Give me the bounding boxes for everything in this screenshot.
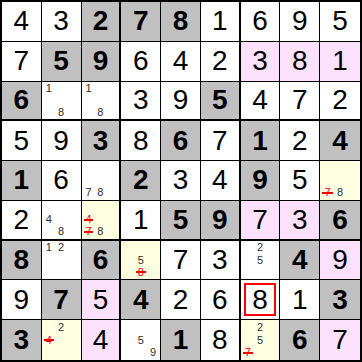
- cell-r1c7[interactable]: 6: [241, 2, 281, 42]
- cell-value: 8: [212, 326, 228, 354]
- cell-value: 9: [292, 7, 308, 35]
- pencil-mark-7-eliminated: 7: [83, 226, 95, 238]
- cell-value: 3: [133, 86, 149, 114]
- cell-value: 2: [212, 47, 228, 75]
- cell-value: 3: [332, 286, 348, 314]
- pencil-mark-5: 5: [254, 254, 266, 266]
- cell-r7c5[interactable]: 7: [161, 241, 201, 281]
- cell-r2c9[interactable]: 1: [320, 42, 360, 82]
- cell-r9c5[interactable]: 1: [161, 320, 201, 360]
- cell-r7c9[interactable]: 9: [320, 241, 360, 281]
- cell-r2c1[interactable]: 7: [2, 42, 42, 82]
- cell-r6c3[interactable]: 478: [82, 201, 122, 241]
- cell-value: 6: [212, 286, 228, 314]
- cell-value: 9: [252, 166, 268, 194]
- cell-r7c3[interactable]: 6: [82, 241, 122, 281]
- cell-r9c1[interactable]: 3: [2, 320, 42, 360]
- cell-value: 5: [332, 7, 348, 35]
- cell-r6c1[interactable]: 2: [2, 201, 42, 241]
- pencil-marks: 18: [83, 83, 119, 119]
- cell-r3c6[interactable]: 5: [201, 82, 241, 122]
- cell-value: 3: [53, 7, 69, 35]
- cell-r2c2[interactable]: 5: [42, 42, 82, 82]
- cell-value: 7: [292, 86, 308, 114]
- cell-value: 7: [14, 47, 30, 75]
- pencil-mark-7: 7: [83, 187, 95, 199]
- cell-r4c9[interactable]: 4: [320, 121, 360, 161]
- cell-r4c2[interactable]: 9: [42, 121, 82, 161]
- cell-r4c8[interactable]: 2: [280, 121, 320, 161]
- pencil-mark-1: 1: [43, 83, 55, 95]
- cell-r5c1[interactable]: 1: [2, 161, 42, 201]
- cell-r4c4[interactable]: 8: [121, 121, 161, 161]
- pencil-mark-4: 4: [43, 214, 55, 226]
- cell-r1c9[interactable]: 5: [320, 2, 360, 42]
- cell-r2c5[interactable]: 4: [161, 42, 201, 82]
- cell-r7c1[interactable]: 8: [2, 241, 42, 281]
- cell-r7c2[interactable]: 12: [42, 241, 82, 281]
- cell-r6c6[interactable]: 9: [201, 201, 241, 241]
- cell-r1c1[interactable]: 4: [2, 2, 42, 42]
- pencil-mark-5: 5: [254, 334, 266, 347]
- pencil-mark-2: 2: [55, 242, 67, 254]
- cell-value: 2: [133, 166, 149, 194]
- cell-r5c3[interactable]: 78: [82, 161, 122, 201]
- cell-r2c4[interactable]: 6: [121, 42, 161, 82]
- cell-value: 9: [173, 86, 189, 114]
- cell-r6c9[interactable]: 6: [320, 201, 360, 241]
- cell-r8c7[interactable]: 8: [241, 280, 281, 320]
- pencil-mark-2: 2: [55, 321, 67, 334]
- pencil-mark-9: 9: [147, 346, 159, 359]
- cell-r5c8[interactable]: 5: [280, 161, 320, 201]
- cell-value: 7: [252, 206, 268, 234]
- cell-r8c9[interactable]: 3: [320, 280, 360, 320]
- cell-value: 3: [252, 47, 268, 75]
- cell-value: 1: [252, 127, 268, 155]
- cell-value: 6: [173, 127, 189, 155]
- cell-value: 5: [212, 86, 228, 114]
- pencil-mark-8: 8: [94, 106, 106, 118]
- pencil-mark-1: 1: [83, 83, 95, 95]
- cell-value: 6: [332, 206, 348, 234]
- cell-value: 5: [292, 166, 308, 194]
- cell-r7c8[interactable]: 4: [280, 241, 320, 281]
- cell-value: 4: [14, 7, 30, 35]
- pencil-marks: 12: [43, 242, 80, 279]
- cell-r1c5[interactable]: 8: [161, 2, 201, 42]
- cell-r2c8[interactable]: 8: [280, 42, 320, 82]
- cell-r2c6[interactable]: 2: [201, 42, 241, 82]
- cell-r9c9[interactable]: 7: [320, 320, 360, 360]
- pencil-mark-8: 8: [334, 187, 347, 199]
- cell-r5c2[interactable]: 6: [42, 161, 82, 201]
- cell-r9c3[interactable]: 4: [82, 320, 122, 360]
- cell-r8c6[interactable]: 6: [201, 280, 241, 320]
- cell-value: 1: [14, 166, 30, 194]
- cell-r5c9[interactable]: 78: [320, 161, 360, 201]
- cell-value: 9: [53, 127, 69, 155]
- cell-value: 2: [292, 127, 308, 155]
- cell-value: 3: [93, 127, 109, 155]
- cell-value: 8: [14, 246, 30, 274]
- cell-r1c4[interactable]: 7: [121, 2, 161, 42]
- cell-r1c2[interactable]: 3: [42, 2, 82, 42]
- cell-value: 3: [212, 246, 228, 274]
- cell-r3c1[interactable]: 6: [2, 82, 42, 122]
- cell-value: 8: [252, 286, 268, 314]
- cell-r6c5[interactable]: 5: [161, 201, 201, 241]
- cell-value: 4: [133, 286, 149, 314]
- cell-r1c6[interactable]: 1: [201, 2, 241, 42]
- cell-value: 9: [332, 246, 348, 274]
- cell-value: 4: [93, 326, 109, 354]
- cell-r8c2[interactable]: 7: [42, 280, 82, 320]
- pencil-mark-8: 8: [55, 106, 67, 118]
- cell-r3c5[interactable]: 9: [161, 82, 201, 122]
- cell-r9c2[interactable]: 24: [42, 320, 82, 360]
- pencil-mark-4-eliminated: 4: [83, 214, 95, 226]
- cell-r6c8[interactable]: 3: [280, 201, 320, 241]
- cell-r8c4[interactable]: 4: [121, 280, 161, 320]
- pencil-mark-8-eliminated: 8: [135, 266, 147, 278]
- pencil-marks: 58: [122, 242, 159, 279]
- cell-r7c4[interactable]: 58: [121, 241, 161, 281]
- cell-r7c6[interactable]: 3: [201, 241, 241, 281]
- pencil-mark-7-eliminated: 7: [242, 346, 254, 359]
- cell-value: 7: [332, 326, 348, 354]
- pencil-marks: 78: [321, 162, 359, 199]
- cell-value: 5: [173, 206, 189, 234]
- pencil-mark-2: 2: [254, 242, 266, 254]
- cell-value: 8: [292, 47, 308, 75]
- pencil-mark-4-eliminated: 4: [43, 334, 55, 347]
- cell-r9c4[interactable]: 59: [121, 320, 161, 360]
- cell-r5c4[interactable]: 2: [121, 161, 161, 201]
- cell-value: 1: [133, 206, 149, 234]
- pencil-marks: 24: [43, 321, 80, 359]
- cell-value: 3: [292, 206, 308, 234]
- cell-value: 5: [93, 286, 109, 314]
- pencil-mark-5: 5: [135, 254, 147, 266]
- cell-value: 1: [292, 286, 308, 314]
- cell-value: 1: [212, 7, 228, 35]
- pencil-mark-5: 5: [135, 334, 147, 347]
- cell-value: 4: [332, 127, 348, 155]
- cell-value: 2: [93, 7, 109, 35]
- cell-r2c7[interactable]: 3: [241, 42, 281, 82]
- cell-r3c4[interactable]: 3: [121, 82, 161, 122]
- cell-r9c6[interactable]: 8: [201, 320, 241, 360]
- cell-value: 4: [212, 166, 228, 194]
- sudoku-board: 4327816957596423816181839547259386712416…: [0, 0, 362, 362]
- cell-value: 9: [93, 47, 109, 75]
- pencil-marks: 25: [242, 242, 279, 279]
- cell-value: 6: [53, 166, 69, 194]
- cell-value: 5: [53, 47, 69, 75]
- cell-r5c7[interactable]: 9: [241, 161, 281, 201]
- cell-r4c1[interactable]: 5: [2, 121, 42, 161]
- cell-value: 6: [133, 47, 149, 75]
- cell-value: 2: [332, 86, 348, 114]
- cell-r6c2[interactable]: 48: [42, 201, 82, 241]
- cell-r4c7[interactable]: 1: [241, 121, 281, 161]
- cell-r2c3[interactable]: 9: [82, 42, 122, 82]
- cell-r9c8[interactable]: 6: [280, 320, 320, 360]
- cell-r6c4[interactable]: 1: [121, 201, 161, 241]
- cell-r4c3[interactable]: 3: [82, 121, 122, 161]
- cell-r3c2[interactable]: 18: [42, 82, 82, 122]
- cell-r3c7[interactable]: 4: [241, 82, 281, 122]
- pencil-mark-8: 8: [94, 187, 106, 199]
- cell-value: 7: [133, 7, 149, 35]
- cell-value: 6: [14, 86, 30, 114]
- pencil-marks: 257: [242, 321, 279, 359]
- pencil-mark-1: 1: [43, 242, 55, 254]
- pencil-mark-7-eliminated: 7: [321, 187, 334, 199]
- cell-value: 2: [173, 286, 189, 314]
- cell-r6c7[interactable]: 7: [241, 201, 281, 241]
- cell-r4c5[interactable]: 6: [161, 121, 201, 161]
- cell-value: 3: [14, 326, 30, 354]
- cell-value: 1: [332, 47, 348, 75]
- cell-r1c3[interactable]: 2: [82, 2, 122, 42]
- cell-value: 9: [212, 206, 228, 234]
- cell-r5c5[interactable]: 3: [161, 161, 201, 201]
- pencil-mark-8: 8: [55, 226, 67, 238]
- cell-value: 6: [292, 326, 308, 354]
- cell-value: 5: [14, 127, 30, 155]
- cell-value: 4: [292, 246, 308, 274]
- cell-value: 1: [173, 326, 189, 354]
- pencil-marks: 78: [83, 162, 119, 199]
- pencil-mark-8: 8: [94, 226, 106, 238]
- cell-value: 3: [173, 166, 189, 194]
- cell-r8c5[interactable]: 2: [161, 280, 201, 320]
- cell-value: 9: [14, 286, 30, 314]
- cell-value: 7: [173, 246, 189, 274]
- cell-value: 8: [133, 127, 149, 155]
- cell-r7c7[interactable]: 25: [241, 241, 281, 281]
- cell-r4c6[interactable]: 7: [201, 121, 241, 161]
- cell-r3c9[interactable]: 2: [320, 82, 360, 122]
- cell-r5c6[interactable]: 4: [201, 161, 241, 201]
- cell-value: 4: [173, 47, 189, 75]
- pencil-marks: 48: [43, 202, 80, 238]
- cell-value: 7: [53, 286, 69, 314]
- pencil-marks: 59: [122, 321, 159, 359]
- cell-value: 6: [93, 246, 109, 274]
- cell-value: 2: [14, 206, 30, 234]
- cell-r1c8[interactable]: 9: [280, 2, 320, 42]
- cell-value: 7: [212, 127, 228, 155]
- pencil-marks: 18: [43, 83, 80, 119]
- cell-value: 8: [173, 7, 189, 35]
- cell-r3c3[interactable]: 18: [82, 82, 122, 122]
- cell-value: 4: [252, 86, 268, 114]
- cell-r8c1[interactable]: 9: [2, 280, 42, 320]
- cell-r8c3[interactable]: 5: [82, 280, 122, 320]
- cell-value: 6: [252, 7, 268, 35]
- pencil-marks: 478: [83, 202, 119, 238]
- pencil-mark-2: 2: [254, 321, 266, 334]
- cell-r9c7[interactable]: 257: [241, 320, 281, 360]
- cell-r3c8[interactable]: 7: [280, 82, 320, 122]
- cell-r8c8[interactable]: 1: [280, 280, 320, 320]
